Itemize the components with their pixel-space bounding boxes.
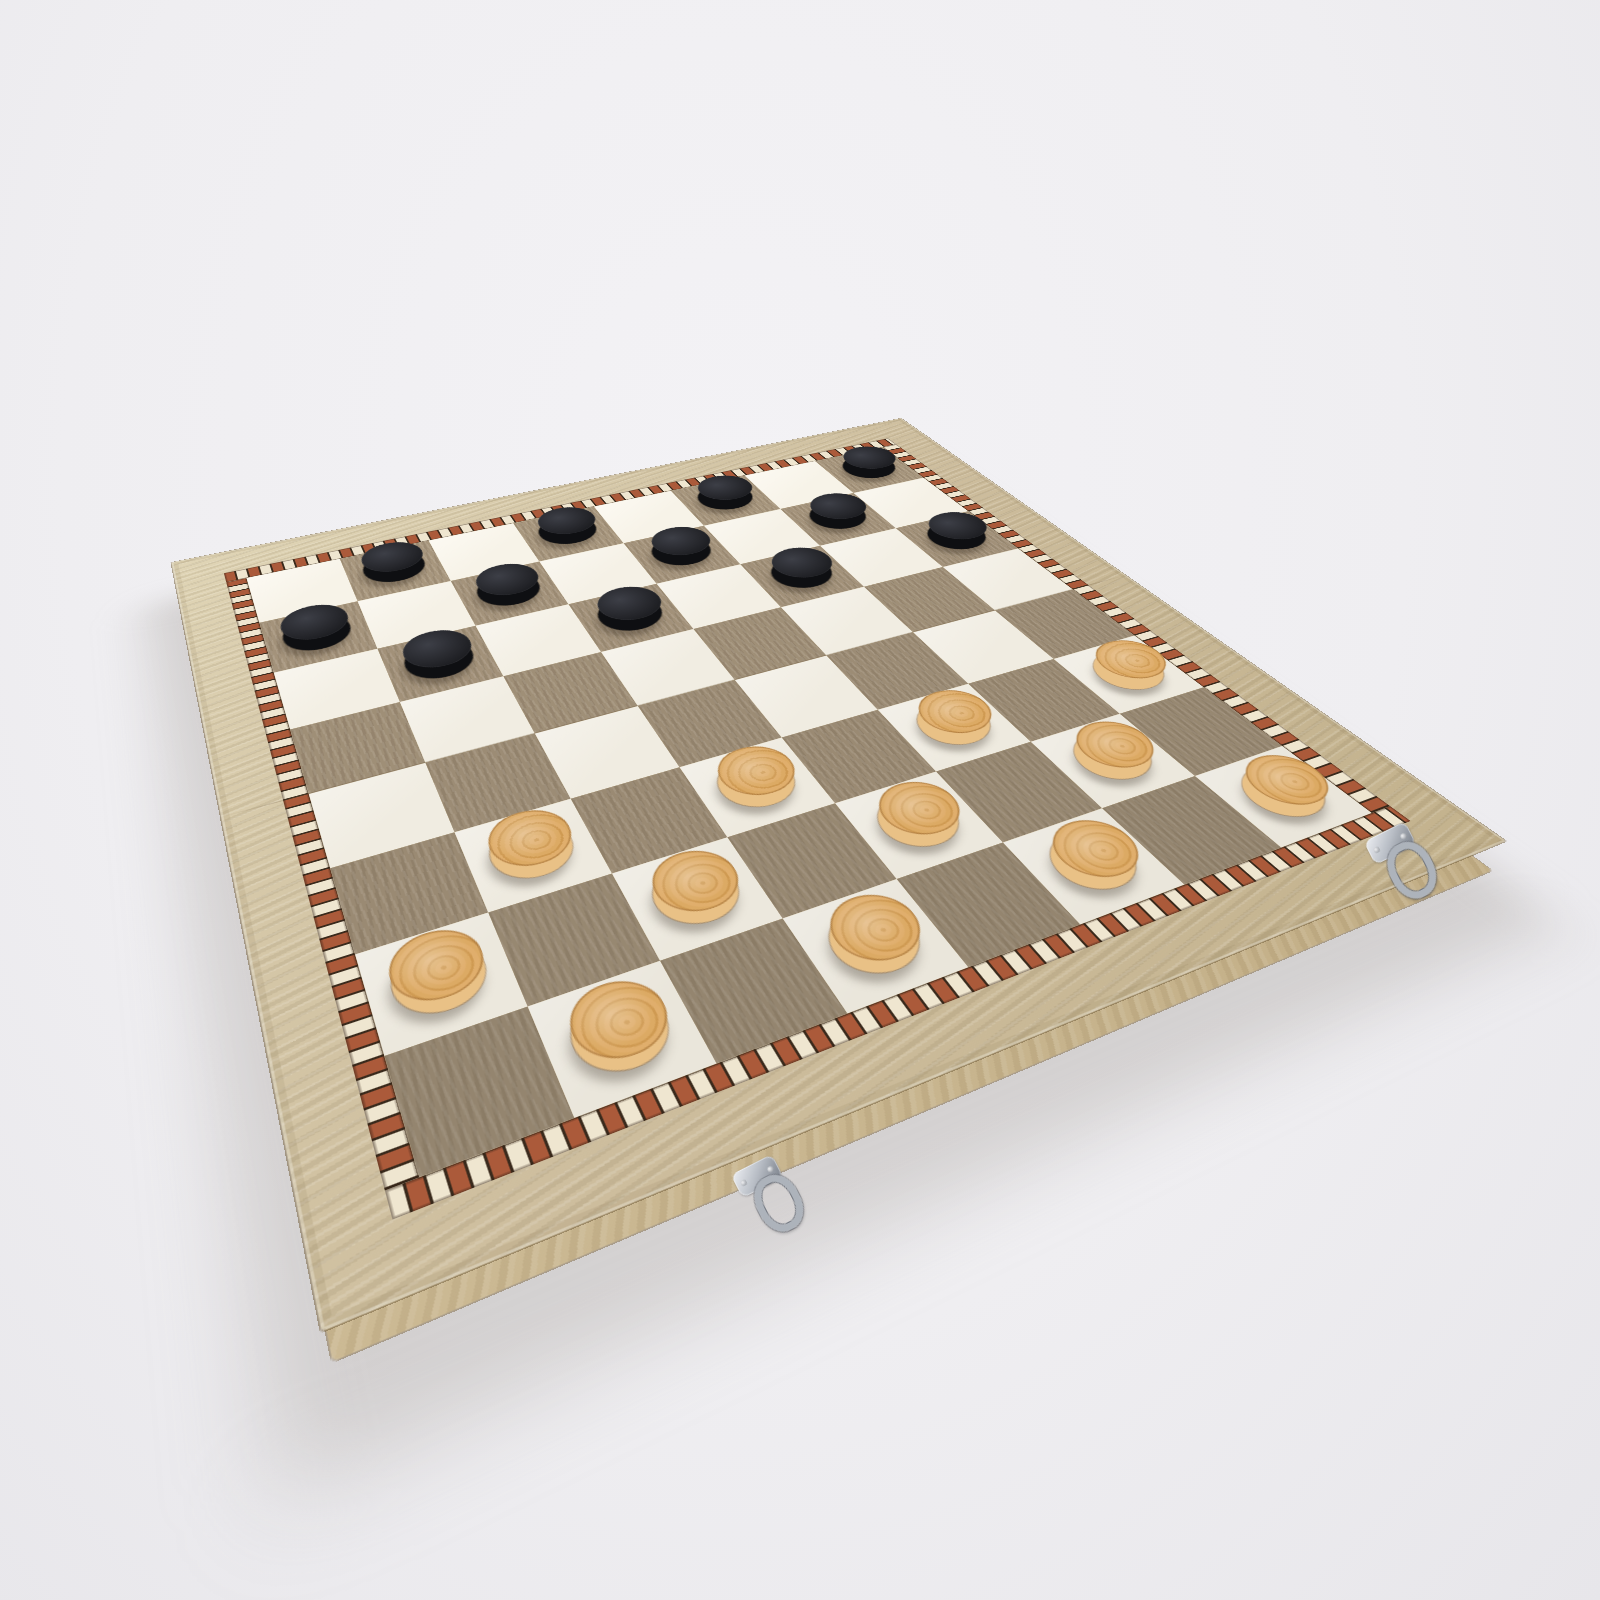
checkers-board-3d-scene <box>171 418 1506 1331</box>
square-c4[interactable] <box>503 652 637 733</box>
mosaic-inlay-border <box>224 438 1411 1219</box>
piece-wood-a7[interactable] <box>384 935 497 1029</box>
piece-wood-c7[interactable] <box>641 857 753 938</box>
product-photo-stage <box>0 0 1600 1600</box>
